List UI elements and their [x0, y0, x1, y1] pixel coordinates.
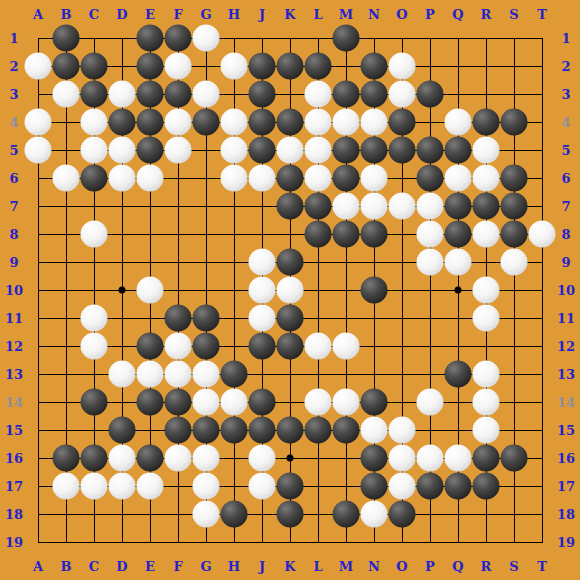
white-stone-R11[interactable]: [473, 305, 500, 332]
col-label-bottom-R: R: [481, 559, 492, 574]
white-stone-L6[interactable]: [305, 165, 332, 192]
white-stone-Q6[interactable]: [445, 165, 472, 192]
col-label-top-L: L: [313, 7, 322, 22]
white-stone-F13[interactable]: [165, 361, 192, 388]
col-label-top-T: T: [537, 7, 547, 22]
black-stone-S16[interactable]: [501, 445, 528, 472]
black-stone-Q5[interactable]: [445, 137, 472, 164]
row-label-left-6: 6: [9, 171, 18, 186]
black-stone-F11[interactable]: [165, 305, 192, 332]
col-label-bottom-D: D: [116, 559, 127, 574]
black-stone-B2[interactable]: [53, 53, 80, 80]
white-stone-N4[interactable]: [361, 109, 388, 136]
white-stone-C17[interactable]: [81, 473, 108, 500]
white-stone-N15[interactable]: [361, 417, 388, 444]
row-label-right-17: 17: [557, 479, 575, 494]
black-stone-R4[interactable]: [473, 109, 500, 136]
white-stone-L4[interactable]: [305, 109, 332, 136]
black-stone-O5[interactable]: [389, 137, 416, 164]
white-stone-L12[interactable]: [305, 333, 332, 360]
row-label-left-17: 17: [5, 479, 23, 494]
black-stone-L8[interactable]: [305, 221, 332, 248]
row-label-right-19: 19: [557, 535, 575, 550]
black-stone-M18[interactable]: [333, 501, 360, 528]
col-label-bottom-F: F: [173, 559, 182, 574]
col-label-top-R: R: [481, 7, 492, 22]
row-label-right-8: 8: [561, 227, 570, 242]
black-stone-K15[interactable]: [277, 417, 304, 444]
col-label-bottom-O: O: [396, 559, 407, 574]
black-stone-F3[interactable]: [165, 81, 192, 108]
black-stone-H15[interactable]: [221, 417, 248, 444]
white-stone-C5[interactable]: [81, 137, 108, 164]
row-label-left-13: 13: [5, 367, 23, 382]
white-stone-L5[interactable]: [305, 137, 332, 164]
black-stone-R7[interactable]: [473, 193, 500, 220]
white-stone-O2[interactable]: [389, 53, 416, 80]
black-stone-P17[interactable]: [417, 473, 444, 500]
white-stone-R13[interactable]: [473, 361, 500, 388]
black-stone-E3[interactable]: [137, 81, 164, 108]
black-stone-Q13[interactable]: [445, 361, 472, 388]
white-stone-R8[interactable]: [473, 221, 500, 248]
black-stone-O18[interactable]: [389, 501, 416, 528]
black-stone-S6[interactable]: [501, 165, 528, 192]
black-stone-F14[interactable]: [165, 389, 192, 416]
col-label-top-F: F: [173, 7, 182, 22]
row-label-left-1: 1: [9, 31, 18, 46]
row-label-left-5: 5: [9, 143, 18, 158]
black-stone-M3[interactable]: [333, 81, 360, 108]
col-label-top-Q: Q: [452, 7, 463, 22]
white-stone-P7[interactable]: [417, 193, 444, 220]
white-stone-P9[interactable]: [417, 249, 444, 276]
white-stone-F2[interactable]: [165, 53, 192, 80]
white-stone-Q16[interactable]: [445, 445, 472, 472]
white-stone-A2[interactable]: [25, 53, 52, 80]
black-stone-N16[interactable]: [361, 445, 388, 472]
black-stone-M1[interactable]: [333, 25, 360, 52]
row-label-right-15: 15: [557, 423, 575, 438]
black-stone-M15[interactable]: [333, 417, 360, 444]
white-stone-J10[interactable]: [249, 277, 276, 304]
white-stone-R10[interactable]: [473, 277, 500, 304]
white-stone-J16[interactable]: [249, 445, 276, 472]
row-label-left-19: 19: [5, 535, 23, 550]
col-label-top-P: P: [425, 7, 435, 22]
black-stone-E12[interactable]: [137, 333, 164, 360]
black-stone-L2[interactable]: [305, 53, 332, 80]
row-label-left-8: 8: [9, 227, 18, 242]
white-stone-G17[interactable]: [193, 473, 220, 500]
white-stone-J11[interactable]: [249, 305, 276, 332]
white-stone-J17[interactable]: [249, 473, 276, 500]
col-label-top-C: C: [89, 7, 99, 22]
black-stone-C2[interactable]: [81, 53, 108, 80]
white-stone-A4[interactable]: [25, 109, 52, 136]
white-stone-N7[interactable]: [361, 193, 388, 220]
white-stone-O16[interactable]: [389, 445, 416, 472]
row-label-right-14: 14: [557, 395, 575, 410]
row-label-left-12: 12: [5, 339, 23, 354]
col-label-bottom-N: N: [368, 559, 380, 574]
black-stone-J2[interactable]: [249, 53, 276, 80]
row-label-left-7: 7: [9, 199, 18, 214]
white-stone-M12[interactable]: [333, 333, 360, 360]
col-label-top-N: N: [368, 7, 380, 22]
white-stone-P14[interactable]: [417, 389, 444, 416]
black-stone-E16[interactable]: [137, 445, 164, 472]
col-label-bottom-B: B: [61, 559, 72, 574]
black-stone-H13[interactable]: [221, 361, 248, 388]
black-stone-G11[interactable]: [193, 305, 220, 332]
black-stone-H18[interactable]: [221, 501, 248, 528]
go-board[interactable]: AABBCCDDEEFFGGHHJJKKLLMMNNOOPPQQRRSSTT11…: [0, 0, 580, 580]
white-stone-T8[interactable]: [529, 221, 556, 248]
col-label-bottom-Q: Q: [452, 559, 463, 574]
black-stone-S4[interactable]: [501, 109, 528, 136]
white-stone-S9[interactable]: [501, 249, 528, 276]
black-stone-K18[interactable]: [277, 501, 304, 528]
black-stone-D15[interactable]: [109, 417, 136, 444]
white-stone-G16[interactable]: [193, 445, 220, 472]
white-stone-J6[interactable]: [249, 165, 276, 192]
black-stone-C16[interactable]: [81, 445, 108, 472]
white-stone-A5[interactable]: [25, 137, 52, 164]
white-stone-E10[interactable]: [137, 277, 164, 304]
white-stone-Q4[interactable]: [445, 109, 472, 136]
row-label-left-10: 10: [5, 283, 23, 298]
black-stone-B16[interactable]: [53, 445, 80, 472]
black-stone-R16[interactable]: [473, 445, 500, 472]
black-stone-E14[interactable]: [137, 389, 164, 416]
black-stone-G4[interactable]: [193, 109, 220, 136]
black-stone-J4[interactable]: [249, 109, 276, 136]
col-label-top-E: E: [145, 7, 155, 22]
row-label-right-6: 6: [561, 171, 570, 186]
white-stone-D13[interactable]: [109, 361, 136, 388]
row-label-left-3: 3: [9, 87, 18, 102]
black-stone-K9[interactable]: [277, 249, 304, 276]
row-label-left-9: 9: [9, 255, 18, 270]
black-stone-J15[interactable]: [249, 417, 276, 444]
white-stone-C8[interactable]: [81, 221, 108, 248]
white-stone-N6[interactable]: [361, 165, 388, 192]
white-stone-N18[interactable]: [361, 501, 388, 528]
row-label-right-4: 4: [561, 115, 570, 130]
white-stone-D3[interactable]: [109, 81, 136, 108]
black-stone-J3[interactable]: [249, 81, 276, 108]
black-stone-K4[interactable]: [277, 109, 304, 136]
col-label-bottom-E: E: [145, 559, 155, 574]
black-stone-B1[interactable]: [53, 25, 80, 52]
white-stone-K10[interactable]: [277, 277, 304, 304]
white-stone-C12[interactable]: [81, 333, 108, 360]
col-label-bottom-A: A: [33, 559, 43, 574]
row-label-left-15: 15: [5, 423, 23, 438]
white-stone-B17[interactable]: [53, 473, 80, 500]
white-stone-B3[interactable]: [53, 81, 80, 108]
col-label-top-B: B: [61, 7, 72, 22]
white-stone-K5[interactable]: [277, 137, 304, 164]
black-stone-K7[interactable]: [277, 193, 304, 220]
black-stone-N14[interactable]: [361, 389, 388, 416]
white-stone-J9[interactable]: [249, 249, 276, 276]
col-label-top-H: H: [228, 7, 240, 22]
white-stone-C4[interactable]: [81, 109, 108, 136]
white-stone-F4[interactable]: [165, 109, 192, 136]
black-stone-K11[interactable]: [277, 305, 304, 332]
white-stone-O7[interactable]: [389, 193, 416, 220]
white-stone-D5[interactable]: [109, 137, 136, 164]
black-stone-C3[interactable]: [81, 81, 108, 108]
row-label-right-10: 10: [557, 283, 575, 298]
col-label-top-J: J: [259, 7, 265, 22]
black-stone-P3[interactable]: [417, 81, 444, 108]
black-stone-M5[interactable]: [333, 137, 360, 164]
black-stone-K17[interactable]: [277, 473, 304, 500]
black-stone-N5[interactable]: [361, 137, 388, 164]
row-label-right-2: 2: [561, 59, 570, 74]
row-label-left-4: 4: [9, 115, 18, 130]
white-stone-G18[interactable]: [193, 501, 220, 528]
black-stone-S8[interactable]: [501, 221, 528, 248]
white-stone-R5[interactable]: [473, 137, 500, 164]
col-label-bottom-P: P: [425, 559, 435, 574]
col-label-top-D: D: [116, 7, 127, 22]
col-label-bottom-S: S: [509, 559, 518, 574]
white-stone-M4[interactable]: [333, 109, 360, 136]
white-stone-F16[interactable]: [165, 445, 192, 472]
black-stone-G12[interactable]: [193, 333, 220, 360]
black-stone-Q7[interactable]: [445, 193, 472, 220]
row-label-right-9: 9: [561, 255, 570, 270]
white-stone-G1[interactable]: [193, 25, 220, 52]
col-label-top-M: M: [339, 7, 353, 22]
black-stone-D4[interactable]: [109, 109, 136, 136]
white-stone-F5[interactable]: [165, 137, 192, 164]
black-stone-F15[interactable]: [165, 417, 192, 444]
col-label-top-S: S: [509, 7, 518, 22]
white-stone-H2[interactable]: [221, 53, 248, 80]
white-stone-P16[interactable]: [417, 445, 444, 472]
white-stone-G3[interactable]: [193, 81, 220, 108]
row-label-left-18: 18: [5, 507, 23, 522]
black-stone-K2[interactable]: [277, 53, 304, 80]
black-stone-Q17[interactable]: [445, 473, 472, 500]
col-label-top-O: O: [396, 7, 407, 22]
black-stone-N3[interactable]: [361, 81, 388, 108]
white-stone-M7[interactable]: [333, 193, 360, 220]
white-stone-D16[interactable]: [109, 445, 136, 472]
col-label-bottom-M: M: [339, 559, 353, 574]
white-stone-G13[interactable]: [193, 361, 220, 388]
star-point-K16: [287, 455, 294, 462]
white-stone-R6[interactable]: [473, 165, 500, 192]
white-stone-H5[interactable]: [221, 137, 248, 164]
row-label-left-2: 2: [9, 59, 18, 74]
white-stone-M14[interactable]: [333, 389, 360, 416]
black-stone-K12[interactable]: [277, 333, 304, 360]
col-label-bottom-J: J: [259, 559, 265, 574]
black-stone-S7[interactable]: [501, 193, 528, 220]
black-stone-E4[interactable]: [137, 109, 164, 136]
black-stone-N8[interactable]: [361, 221, 388, 248]
white-stone-Q9[interactable]: [445, 249, 472, 276]
white-stone-P8[interactable]: [417, 221, 444, 248]
white-stone-D17[interactable]: [109, 473, 136, 500]
col-label-top-G: G: [200, 7, 211, 22]
star-point-D10: [119, 287, 126, 294]
row-label-right-16: 16: [557, 451, 575, 466]
white-stone-H14[interactable]: [221, 389, 248, 416]
row-label-right-12: 12: [557, 339, 575, 354]
col-label-bottom-K: K: [284, 559, 295, 574]
white-stone-B6[interactable]: [53, 165, 80, 192]
black-stone-O4[interactable]: [389, 109, 416, 136]
black-stone-C6[interactable]: [81, 165, 108, 192]
black-stone-K6[interactable]: [277, 165, 304, 192]
row-label-right-1: 1: [561, 31, 570, 46]
black-stone-J5[interactable]: [249, 137, 276, 164]
row-label-left-14: 14: [5, 395, 23, 410]
white-stone-O15[interactable]: [389, 417, 416, 444]
row-label-right-18: 18: [557, 507, 575, 522]
black-stone-N2[interactable]: [361, 53, 388, 80]
white-stone-C11[interactable]: [81, 305, 108, 332]
row-label-right-13: 13: [557, 367, 575, 382]
black-stone-J14[interactable]: [249, 389, 276, 416]
row-label-left-16: 16: [5, 451, 23, 466]
white-stone-L3[interactable]: [305, 81, 332, 108]
row-label-right-11: 11: [557, 311, 575, 326]
white-stone-F12[interactable]: [165, 333, 192, 360]
row-label-right-3: 3: [561, 87, 570, 102]
black-stone-L7[interactable]: [305, 193, 332, 220]
white-stone-G14[interactable]: [193, 389, 220, 416]
col-label-bottom-L: L: [313, 559, 322, 574]
black-stone-L15[interactable]: [305, 417, 332, 444]
black-stone-G15[interactable]: [193, 417, 220, 444]
white-stone-R15[interactable]: [473, 417, 500, 444]
white-stone-R14[interactable]: [473, 389, 500, 416]
white-stone-D6[interactable]: [109, 165, 136, 192]
black-stone-P6[interactable]: [417, 165, 444, 192]
black-stone-M6[interactable]: [333, 165, 360, 192]
white-stone-O3[interactable]: [389, 81, 416, 108]
col-label-bottom-T: T: [537, 559, 547, 574]
black-stone-P5[interactable]: [417, 137, 444, 164]
black-stone-J12[interactable]: [249, 333, 276, 360]
star-point-Q10: [455, 287, 462, 294]
white-stone-O17[interactable]: [389, 473, 416, 500]
white-stone-E6[interactable]: [137, 165, 164, 192]
col-label-bottom-G: G: [200, 559, 211, 574]
black-stone-E5[interactable]: [137, 137, 164, 164]
col-label-bottom-H: H: [228, 559, 240, 574]
black-stone-N17[interactable]: [361, 473, 388, 500]
white-stone-E17[interactable]: [137, 473, 164, 500]
white-stone-L14[interactable]: [305, 389, 332, 416]
row-label-right-5: 5: [561, 143, 570, 158]
white-stone-H4[interactable]: [221, 109, 248, 136]
white-stone-H6[interactable]: [221, 165, 248, 192]
col-label-top-K: K: [284, 7, 295, 22]
white-stone-E13[interactable]: [137, 361, 164, 388]
black-stone-N10[interactable]: [361, 277, 388, 304]
row-label-left-11: 11: [5, 311, 23, 326]
black-stone-Q8[interactable]: [445, 221, 472, 248]
black-stone-E1[interactable]: [137, 25, 164, 52]
black-stone-E2[interactable]: [137, 53, 164, 80]
black-stone-C14[interactable]: [81, 389, 108, 416]
black-stone-R17[interactable]: [473, 473, 500, 500]
black-stone-M8[interactable]: [333, 221, 360, 248]
black-stone-F1[interactable]: [165, 25, 192, 52]
col-label-top-A: A: [33, 7, 43, 22]
row-label-right-7: 7: [561, 199, 570, 214]
col-label-bottom-C: C: [89, 559, 99, 574]
